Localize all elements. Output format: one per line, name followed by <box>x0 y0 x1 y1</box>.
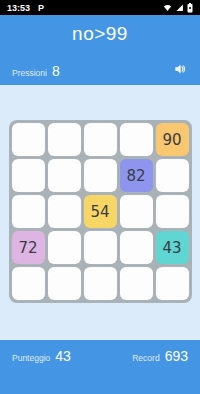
tile-43[interactable]: 43 <box>156 231 189 264</box>
empty-cell[interactable] <box>84 267 117 300</box>
empty-cell[interactable] <box>48 123 81 156</box>
record-label: Record <box>132 353 159 363</box>
speaker-on-icon <box>173 62 187 80</box>
empty-cell[interactable] <box>48 159 81 192</box>
empty-cell[interactable] <box>48 267 81 300</box>
tile-90[interactable]: 90 <box>156 123 189 156</box>
score-label: Punteggio <box>12 353 50 363</box>
header-subrow: Pressioni 8 <box>0 63 200 79</box>
presses-value: 8 <box>52 63 60 79</box>
game-grid: 9082547243 <box>9 120 192 303</box>
empty-cell[interactable] <box>48 195 81 228</box>
presses-label: Pressioni <box>12 68 47 78</box>
empty-cell[interactable] <box>156 159 189 192</box>
empty-cell[interactable] <box>120 267 153 300</box>
status-bar: 13:53 P <box>0 0 200 15</box>
empty-cell[interactable] <box>120 231 153 264</box>
empty-cell[interactable] <box>12 123 45 156</box>
empty-cell[interactable] <box>12 267 45 300</box>
empty-cell[interactable] <box>156 267 189 300</box>
tile-54[interactable]: 54 <box>84 195 117 228</box>
status-bar-right <box>163 3 193 13</box>
empty-cell[interactable] <box>84 231 117 264</box>
empty-cell[interactable] <box>84 123 117 156</box>
cellular-signal-icon <box>175 3 184 12</box>
empty-cell[interactable] <box>84 159 117 192</box>
footer-bar: Punteggio 43 Record 693 <box>0 340 200 394</box>
notification-p-icon: P <box>38 3 44 13</box>
clock: 13:53 <box>7 3 30 13</box>
empty-cell[interactable] <box>12 159 45 192</box>
tile-82[interactable]: 82 <box>120 159 153 192</box>
empty-cell[interactable] <box>48 231 81 264</box>
app-screen: 13:53 P no>99 Pressioni 8 <box>0 0 200 394</box>
empty-cell[interactable] <box>12 195 45 228</box>
battery-icon <box>187 3 193 13</box>
presses-stat: Pressioni 8 <box>12 63 60 79</box>
status-bar-left: 13:53 P <box>7 3 44 13</box>
empty-cell[interactable] <box>120 195 153 228</box>
empty-cell[interactable] <box>120 123 153 156</box>
tile-72[interactable]: 72 <box>12 231 45 264</box>
page-title: no>99 <box>0 15 200 45</box>
header: no>99 Pressioni 8 <box>0 15 200 85</box>
wifi-icon <box>163 3 172 12</box>
score-stat: Punteggio 43 <box>12 348 71 364</box>
empty-cell[interactable] <box>156 195 189 228</box>
record-stat: Record 693 <box>132 348 188 364</box>
score-value: 43 <box>55 348 71 364</box>
board-area: 9082547243 <box>0 85 200 340</box>
sound-toggle-button[interactable] <box>172 63 188 79</box>
record-value: 693 <box>165 348 188 364</box>
